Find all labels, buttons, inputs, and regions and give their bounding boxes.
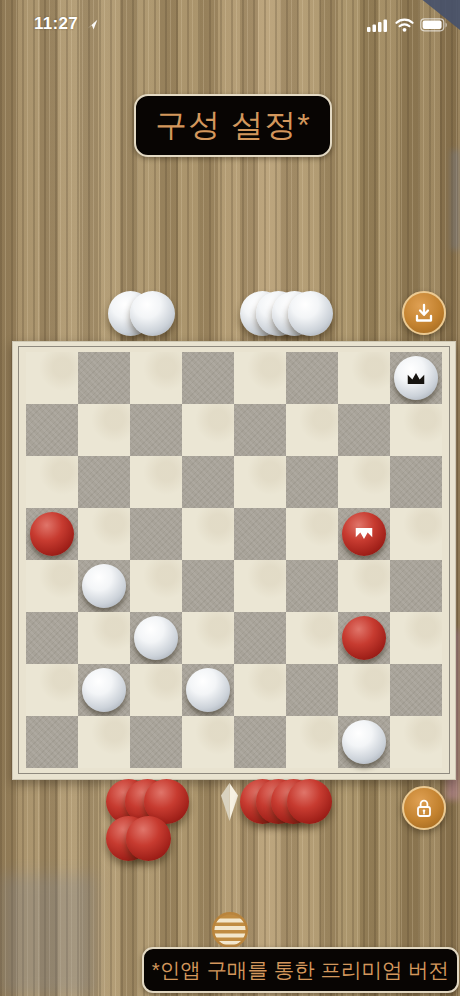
title-banner: 구성 설정* (134, 94, 332, 157)
board-square (26, 664, 78, 716)
board-square[interactable] (390, 664, 442, 716)
board-square[interactable] (78, 664, 130, 716)
board-square[interactable] (234, 612, 286, 664)
checker-white-man[interactable] (342, 720, 386, 764)
board-square[interactable] (26, 716, 78, 768)
board-square (130, 560, 182, 612)
tray-checker-white[interactable] (130, 291, 175, 336)
board-square (338, 456, 390, 508)
signal-icon (367, 18, 389, 32)
board-square (338, 352, 390, 404)
checker-white-man[interactable] (82, 668, 126, 712)
board-square[interactable] (286, 352, 338, 404)
board-square (78, 508, 130, 560)
board-square[interactable] (182, 560, 234, 612)
board-square (390, 508, 442, 560)
download-button[interactable] (402, 291, 446, 335)
board-square[interactable] (286, 456, 338, 508)
board-square (26, 560, 78, 612)
board-square[interactable] (26, 508, 78, 560)
diamond-marker (220, 782, 239, 822)
footer-text: *인앱 구매를 통한 프리미엄 버전 (152, 956, 449, 984)
status-bar: 11:27 (0, 0, 460, 44)
board-square (390, 716, 442, 768)
download-icon (412, 301, 436, 325)
board-square[interactable] (130, 612, 182, 664)
checker-red-man[interactable] (342, 616, 386, 660)
board-square (182, 716, 234, 768)
wifi-icon (395, 18, 414, 32)
board-square (78, 404, 130, 456)
board-square[interactable] (338, 612, 390, 664)
king-crown-icon (405, 370, 427, 387)
board-square (182, 404, 234, 456)
lock-button[interactable] (402, 786, 446, 830)
board-square (286, 612, 338, 664)
battery-icon (420, 18, 448, 32)
background-edge-tint-right-upper (451, 150, 460, 250)
board-square[interactable] (390, 560, 442, 612)
menu-button[interactable] (211, 911, 249, 949)
board-square[interactable] (234, 404, 286, 456)
board-square[interactable] (390, 456, 442, 508)
board-frame (12, 341, 456, 780)
board-square[interactable] (234, 508, 286, 560)
board-square (234, 352, 286, 404)
board-square (338, 560, 390, 612)
board-square[interactable] (286, 560, 338, 612)
board-square (390, 404, 442, 456)
tray-checker-red[interactable] (126, 816, 171, 861)
board-square (26, 352, 78, 404)
board-grid (26, 352, 442, 768)
board-square[interactable] (182, 456, 234, 508)
clock-time: 11:27 (34, 14, 78, 34)
board-square[interactable] (78, 352, 130, 404)
board-square[interactable] (130, 404, 182, 456)
board-square[interactable] (130, 508, 182, 560)
board-square (26, 456, 78, 508)
board-square (338, 664, 390, 716)
tray-checker-white[interactable] (288, 291, 333, 336)
king-crown-icon (353, 525, 375, 542)
board-square (286, 716, 338, 768)
board-square[interactable] (182, 664, 234, 716)
board-square[interactable] (338, 404, 390, 456)
location-icon (86, 18, 99, 31)
background-corner-tint-bottom-left (0, 875, 95, 996)
checker-white-man[interactable] (186, 668, 230, 712)
board-square[interactable] (78, 560, 130, 612)
board-square[interactable] (26, 612, 78, 664)
checker-red-man[interactable] (30, 512, 74, 556)
board-square[interactable] (234, 716, 286, 768)
footer-banner: *인앱 구매를 통한 프리미엄 버전 (142, 947, 459, 993)
board-square (286, 508, 338, 560)
tray-checker-red[interactable] (287, 779, 332, 824)
board-square (286, 404, 338, 456)
board-square[interactable] (130, 716, 182, 768)
board-square (130, 456, 182, 508)
checker-white-man[interactable] (82, 564, 126, 608)
board-square (130, 352, 182, 404)
board-square[interactable] (338, 716, 390, 768)
board-square (234, 664, 286, 716)
board-square[interactable] (390, 352, 442, 404)
checker-white-man[interactable] (134, 616, 178, 660)
board-square (78, 716, 130, 768)
app-screen: 11:27 구성 설정* (0, 0, 460, 996)
board-square (182, 508, 234, 560)
board-square (234, 456, 286, 508)
board-square (234, 560, 286, 612)
board-square (130, 664, 182, 716)
board-square[interactable] (182, 352, 234, 404)
board-square (182, 612, 234, 664)
lock-icon (412, 796, 436, 820)
board-square[interactable] (26, 404, 78, 456)
checker-white-king[interactable] (394, 356, 438, 400)
checker-red-king[interactable] (342, 512, 386, 556)
board-square (390, 612, 442, 664)
board-square[interactable] (338, 508, 390, 560)
board-square (78, 612, 130, 664)
board-square[interactable] (78, 456, 130, 508)
title-text: 구성 설정* (155, 104, 310, 148)
board-square[interactable] (286, 664, 338, 716)
